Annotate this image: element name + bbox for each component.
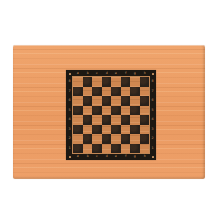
rank-labels-left: 87654321 [66, 77, 73, 153]
square-a2 [73, 134, 83, 144]
square-f3 [121, 125, 131, 135]
square-c1 [92, 144, 102, 154]
rank-label-5: 5 [68, 108, 71, 113]
square-f5 [121, 106, 131, 116]
square-h1 [140, 144, 150, 154]
square-a8 [73, 77, 83, 87]
file-labels-top: abcdefgh [73, 70, 149, 77]
square-h2 [140, 134, 150, 144]
square-e4 [111, 115, 121, 125]
square-f8 [121, 77, 131, 87]
square-e2 [111, 134, 121, 144]
rank-label-2: 2 [68, 136, 71, 141]
file-label-f: f [123, 155, 128, 158]
square-d4 [102, 115, 112, 125]
file-label-g: g [132, 72, 137, 75]
square-e7 [111, 87, 121, 97]
rank-label-3: 3 [68, 127, 71, 132]
square-c5 [92, 106, 102, 116]
file-label-a: a [75, 155, 80, 158]
file-label-h: h [142, 72, 147, 75]
square-b8 [83, 77, 93, 87]
square-g8 [130, 77, 140, 87]
square-g1 [130, 144, 140, 154]
file-label-b: b [85, 155, 90, 158]
photo-background: abcdefgh abcdefgh 87654321 87654321 [0, 0, 220, 220]
square-a4 [73, 115, 83, 125]
frame-corner-mark [69, 156, 71, 158]
board-squares [73, 77, 149, 153]
square-g4 [130, 115, 140, 125]
rank-label-7: 7 [68, 89, 71, 94]
square-c6 [92, 96, 102, 106]
square-b6 [83, 96, 93, 106]
square-d8 [102, 77, 112, 87]
square-b4 [83, 115, 93, 125]
chessboard: abcdefgh abcdefgh 87654321 87654321 [66, 70, 156, 160]
square-b2 [83, 134, 93, 144]
square-c4 [92, 115, 102, 125]
rank-label-7: 7 [151, 89, 154, 94]
file-label-d: d [104, 72, 109, 75]
square-b1 [83, 144, 93, 154]
rank-label-1: 1 [68, 146, 71, 151]
square-e1 [111, 144, 121, 154]
file-label-e: e [113, 155, 118, 158]
square-c7 [92, 87, 102, 97]
square-d2 [102, 134, 112, 144]
file-label-a: a [75, 72, 80, 75]
square-h5 [140, 106, 150, 116]
file-label-h: h [142, 155, 147, 158]
square-b3 [83, 125, 93, 135]
square-h4 [140, 115, 150, 125]
frame-corner-mark [69, 73, 71, 75]
rank-labels-right: 87654321 [149, 77, 156, 153]
rank-label-4: 4 [151, 117, 154, 122]
square-a5 [73, 106, 83, 116]
square-b5 [83, 106, 93, 116]
square-d3 [102, 125, 112, 135]
square-e8 [111, 77, 121, 87]
file-labels-bottom: abcdefgh [73, 153, 149, 160]
square-c3 [92, 125, 102, 135]
file-label-b: b [85, 72, 90, 75]
square-h3 [140, 125, 150, 135]
square-d7 [102, 87, 112, 97]
square-d5 [102, 106, 112, 116]
file-label-f: f [123, 72, 128, 75]
square-g7 [130, 87, 140, 97]
square-d1 [102, 144, 112, 154]
square-e3 [111, 125, 121, 135]
file-label-d: d [104, 155, 109, 158]
square-f6 [121, 96, 131, 106]
square-g6 [130, 96, 140, 106]
frame-corner-mark [152, 73, 154, 75]
square-f7 [121, 87, 131, 97]
file-label-g: g [132, 155, 137, 158]
file-label-e: e [113, 72, 118, 75]
square-c8 [92, 77, 102, 87]
square-h7 [140, 87, 150, 97]
rank-label-5: 5 [151, 108, 154, 113]
square-c2 [92, 134, 102, 144]
square-e6 [111, 96, 121, 106]
rank-label-3: 3 [151, 127, 154, 132]
square-d6 [102, 96, 112, 106]
rank-label-8: 8 [68, 79, 71, 84]
square-g5 [130, 106, 140, 116]
square-a3 [73, 125, 83, 135]
square-b7 [83, 87, 93, 97]
square-g3 [130, 125, 140, 135]
square-f1 [121, 144, 131, 154]
rank-label-6: 6 [151, 98, 154, 103]
rank-label-4: 4 [68, 117, 71, 122]
square-g2 [130, 134, 140, 144]
square-a1 [73, 144, 83, 154]
file-label-c: c [94, 155, 99, 158]
frame-corner-mark [152, 156, 154, 158]
wooden-tabletop: abcdefgh abcdefgh 87654321 87654321 [13, 45, 205, 179]
square-h6 [140, 96, 150, 106]
square-a6 [73, 96, 83, 106]
rank-label-8: 8 [151, 79, 154, 84]
square-h8 [140, 77, 150, 87]
rank-label-1: 1 [151, 146, 154, 151]
rank-label-2: 2 [151, 136, 154, 141]
rank-label-6: 6 [68, 98, 71, 103]
square-f4 [121, 115, 131, 125]
square-f2 [121, 134, 131, 144]
square-a7 [73, 87, 83, 97]
square-e5 [111, 106, 121, 116]
file-label-c: c [94, 72, 99, 75]
